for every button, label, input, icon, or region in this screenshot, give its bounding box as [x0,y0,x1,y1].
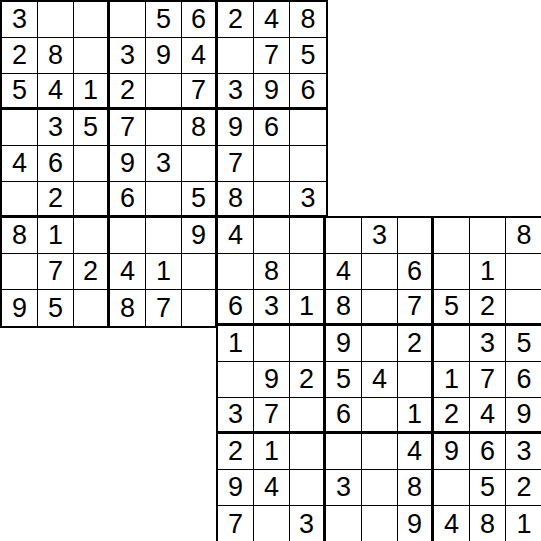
cell-g1-r6c8[interactable] [254,182,290,218]
cell-g2-r1c4[interactable] [326,218,362,254]
cell-g1-r4c3[interactable]: 5 [74,110,110,146]
cell-g1-r8c6[interactable] [182,254,218,290]
cell-g2-r8c5[interactable] [362,470,398,506]
cell-g1-r9c2[interactable]: 5 [38,290,74,326]
cell-g1-r5c4[interactable]: 9 [110,146,146,182]
cell-g2-r9c2[interactable] [254,506,290,541]
cell-g1-r5c8[interactable] [254,146,290,182]
cell-g2-r8c3[interactable] [290,470,326,506]
cell-g1-r9c3[interactable] [74,290,110,326]
cell-g2-r7c6[interactable]: 4 [398,434,434,470]
cell-g1-r8c5[interactable]: 1 [146,254,182,290]
cell-g1-r3c6[interactable]: 7 [182,74,218,110]
cell-g1-r2c6[interactable]: 4 [182,38,218,74]
cell-g1-r7c6[interactable]: 9 [182,218,218,254]
cell-g1-r9c5[interactable]: 7 [146,290,182,326]
cell-g2-r2c2[interactable]: 8 [254,254,290,290]
cell-g2-r3c4[interactable]: 8 [326,290,362,326]
cell-g1-r6c2[interactable]: 2 [38,182,74,218]
cell-g2-r3c1[interactable]: 6 [218,290,254,326]
cell-g1-r6c9[interactable]: 3 [290,182,326,218]
cell-g2-r2c4[interactable]: 4 [326,254,362,290]
cell-g1-r3c4[interactable]: 2 [110,74,146,110]
cell-g1-r1c9[interactable]: 8 [290,2,326,38]
cell-g2-r2c1[interactable] [218,254,254,290]
cell-g2-r6c9[interactable]: 9 [506,398,541,434]
cell-g2-r2c7[interactable] [434,254,470,290]
cell-g2-r7c8[interactable]: 6 [470,434,506,470]
cell-g2-r4c9[interactable]: 5 [506,326,541,362]
cell-g2-r9c3[interactable]: 3 [290,506,326,541]
cell-g1-r5c6[interactable] [182,146,218,182]
cell-g2-r7c9[interactable]: 3 [506,434,541,470]
cell-g2-r9c5[interactable] [362,506,398,541]
cell-g2-r5c2[interactable]: 9 [254,362,290,398]
cell-g1-r9c4[interactable]: 8 [110,290,146,326]
cell-g1-r7c4[interactable] [110,218,146,254]
cell-g2-r9c4[interactable] [326,506,362,541]
cell-g1-r5c2[interactable]: 6 [38,146,74,182]
cell-g1-r4c9[interactable] [290,110,326,146]
cell-g2-r4c5[interactable] [362,326,398,362]
cell-g1-r3c9[interactable]: 6 [290,74,326,110]
sudoku-grid-2: 4388461631875219235925417637612492149639… [216,216,541,541]
cell-g1-r6c1[interactable] [2,182,38,218]
cell-g2-r4c3[interactable] [290,326,326,362]
cell-g1-r3c1[interactable]: 5 [2,74,38,110]
cell-g2-r8c9[interactable]: 2 [506,470,541,506]
cell-g2-r3c2[interactable]: 3 [254,290,290,326]
cell-g2-r8c2[interactable]: 4 [254,470,290,506]
cell-g2-r8c6[interactable]: 8 [398,470,434,506]
cell-g2-r8c1[interactable]: 9 [218,470,254,506]
cell-g2-r6c8[interactable]: 4 [470,398,506,434]
cell-g1-r4c7[interactable]: 9 [218,110,254,146]
cell-g1-r1c1[interactable]: 3 [2,2,38,38]
cell-g1-r3c5[interactable] [146,74,182,110]
cell-g2-r1c5[interactable]: 3 [362,218,398,254]
cell-g1-r7c3[interactable] [74,218,110,254]
cell-g2-r5c3[interactable]: 2 [290,362,326,398]
cell-g2-r5c7[interactable]: 1 [434,362,470,398]
cell-g2-r2c5[interactable] [362,254,398,290]
cell-g1-r1c4[interactable] [110,2,146,38]
cell-g2-r4c6[interactable]: 2 [398,326,434,362]
cell-g1-r3c3[interactable]: 1 [74,74,110,110]
cell-g1-r7c2[interactable]: 1 [38,218,74,254]
cell-g2-r2c6[interactable]: 6 [398,254,434,290]
cell-g2-r1c9[interactable]: 8 [506,218,541,254]
cell-g1-r6c4[interactable]: 6 [110,182,146,218]
cell-g1-r1c2[interactable] [38,2,74,38]
cell-g2-r3c9[interactable] [506,290,541,326]
cell-g1-r6c7[interactable]: 8 [218,182,254,218]
cell-g2-r9c7[interactable]: 4 [434,506,470,541]
cell-g2-r8c7[interactable] [434,470,470,506]
cell-g1-r3c8[interactable]: 9 [254,74,290,110]
cell-g2-r3c8[interactable]: 2 [470,290,506,326]
cell-g2-r4c8[interactable]: 3 [470,326,506,362]
cell-g1-r9c1[interactable]: 9 [2,290,38,326]
cell-g2-r1c8[interactable] [470,218,506,254]
cell-g2-r5c8[interactable]: 7 [470,362,506,398]
cell-g2-r8c4[interactable]: 3 [326,470,362,506]
cell-g1-r5c9[interactable] [290,146,326,182]
puzzle-board: 3562482839475541273963578964693726583819… [0,0,541,541]
cell-g1-r8c2[interactable]: 7 [38,254,74,290]
cell-g2-r7c2[interactable]: 1 [254,434,290,470]
cell-g2-r7c1[interactable]: 2 [218,434,254,470]
cell-g2-r6c7[interactable]: 2 [434,398,470,434]
cell-g2-r3c3[interactable]: 1 [290,290,326,326]
cell-g2-r8c8[interactable]: 5 [470,470,506,506]
cell-g1-r2c3[interactable] [74,38,110,74]
cell-g2-r3c5[interactable] [362,290,398,326]
cell-g1-r8c3[interactable]: 2 [74,254,110,290]
cell-g1-r4c1[interactable] [2,110,38,146]
cell-g1-r5c5[interactable]: 3 [146,146,182,182]
cell-g1-r6c5[interactable] [146,182,182,218]
cell-g1-r3c2[interactable]: 4 [38,74,74,110]
cell-g2-r7c4[interactable] [326,434,362,470]
cell-g1-r4c2[interactable]: 3 [38,110,74,146]
cell-g2-r9c6[interactable]: 9 [398,506,434,541]
cell-g2-r3c7[interactable]: 5 [434,290,470,326]
cell-g2-r7c3[interactable] [290,434,326,470]
cell-g1-r3c7[interactable]: 3 [218,74,254,110]
cell-g2-r6c4[interactable]: 6 [326,398,362,434]
cell-g1-r2c4[interactable]: 3 [110,38,146,74]
cell-g2-r1c1[interactable]: 4 [218,218,254,254]
cell-g1-r8c4[interactable]: 4 [110,254,146,290]
cell-g2-r6c6[interactable]: 1 [398,398,434,434]
cell-g2-r7c5[interactable] [362,434,398,470]
cell-g2-r1c3[interactable] [290,218,326,254]
cell-g1-r4c8[interactable]: 6 [254,110,290,146]
cell-g1-r5c1[interactable]: 4 [2,146,38,182]
cell-g2-r4c7[interactable] [434,326,470,362]
cell-g2-r5c1[interactable] [218,362,254,398]
cell-g1-r1c6[interactable]: 6 [182,2,218,38]
cell-g2-r5c9[interactable]: 6 [506,362,541,398]
cell-g1-r8c1[interactable] [2,254,38,290]
cell-g2-r2c3[interactable] [290,254,326,290]
cell-g2-r9c9[interactable]: 1 [506,506,541,541]
cell-g2-r3c6[interactable]: 7 [398,290,434,326]
cell-g2-r6c2[interactable]: 7 [254,398,290,434]
cell-g1-r1c5[interactable]: 5 [146,2,182,38]
cell-g2-r1c2[interactable] [254,218,290,254]
cell-g1-r2c7[interactable] [218,38,254,74]
cell-g2-r1c6[interactable] [398,218,434,254]
cell-g2-r6c5[interactable] [362,398,398,434]
cell-g1-r5c3[interactable] [74,146,110,182]
cell-g2-r7c7[interactable]: 9 [434,434,470,470]
cell-g1-r2c1[interactable]: 2 [2,38,38,74]
cell-g2-r4c1[interactable]: 1 [218,326,254,362]
cell-g1-r1c7[interactable]: 2 [218,2,254,38]
cell-g1-r7c5[interactable] [146,218,182,254]
cell-g1-r4c4[interactable]: 7 [110,110,146,146]
cell-g2-r9c8[interactable]: 8 [470,506,506,541]
cell-g1-r6c6[interactable]: 5 [182,182,218,218]
cell-g1-r4c6[interactable]: 8 [182,110,218,146]
cell-g2-r2c8[interactable]: 1 [470,254,506,290]
cell-g1-r5c7[interactable]: 7 [218,146,254,182]
cell-g2-r9c1[interactable]: 7 [218,506,254,541]
cell-g2-r6c3[interactable] [290,398,326,434]
cell-g1-r4c5[interactable] [146,110,182,146]
cell-g2-r5c4[interactable]: 5 [326,362,362,398]
cell-g1-r2c2[interactable]: 8 [38,38,74,74]
cell-g2-r4c2[interactable] [254,326,290,362]
cell-g1-r2c8[interactable]: 7 [254,38,290,74]
cell-g1-r2c5[interactable]: 9 [146,38,182,74]
cell-g2-r5c5[interactable]: 4 [362,362,398,398]
cell-g2-r1c7[interactable] [434,218,470,254]
cell-g1-r9c6[interactable] [182,290,218,326]
cell-g2-r5c6[interactable] [398,362,434,398]
cell-g2-r6c1[interactable]: 3 [218,398,254,434]
cell-g1-r7c1[interactable]: 8 [2,218,38,254]
cell-g2-r2c9[interactable] [506,254,541,290]
cell-g1-r2c9[interactable]: 5 [290,38,326,74]
cell-g2-r4c4[interactable]: 9 [326,326,362,362]
cell-g1-r1c8[interactable]: 4 [254,2,290,38]
cell-g1-r1c3[interactable] [74,2,110,38]
cell-g1-r6c3[interactable] [74,182,110,218]
